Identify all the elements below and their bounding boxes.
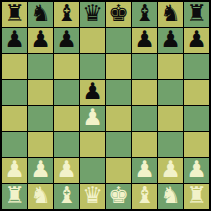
square-c5[interactable] (54, 80, 79, 105)
square-a5[interactable] (2, 80, 27, 105)
piece-white-bishop[interactable]: ♝ (134, 184, 155, 208)
square-f1[interactable]: ♝ (132, 184, 157, 209)
piece-white-bishop[interactable]: ♝ (56, 184, 77, 208)
square-c3[interactable] (54, 132, 79, 157)
square-g7[interactable]: ♟ (158, 28, 183, 53)
square-d4[interactable]: ♟ (80, 106, 105, 131)
piece-black-pawn[interactable]: ♟ (56, 28, 77, 52)
piece-white-rook[interactable]: ♜ (186, 184, 207, 208)
square-d1[interactable]: ♛ (80, 184, 105, 209)
piece-white-pawn[interactable]: ♟ (4, 158, 25, 182)
square-b1[interactable]: ♞ (28, 184, 53, 209)
square-e7[interactable] (106, 28, 131, 53)
square-h3[interactable] (184, 132, 209, 157)
piece-black-pawn[interactable]: ♟ (186, 28, 207, 52)
square-e5[interactable] (106, 80, 131, 105)
square-c6[interactable] (54, 54, 79, 79)
square-g5[interactable] (158, 80, 183, 105)
square-d3[interactable] (80, 132, 105, 157)
piece-black-pawn[interactable]: ♟ (30, 28, 51, 52)
square-b6[interactable] (28, 54, 53, 79)
square-e4[interactable] (106, 106, 131, 131)
square-f5[interactable] (132, 80, 157, 105)
square-g4[interactable] (158, 106, 183, 131)
piece-black-rook[interactable]: ♜ (186, 2, 207, 26)
square-e8[interactable]: ♚ (106, 2, 131, 27)
square-f3[interactable] (132, 132, 157, 157)
square-c2[interactable]: ♟ (54, 158, 79, 183)
square-b2[interactable]: ♟ (28, 158, 53, 183)
square-g3[interactable] (158, 132, 183, 157)
piece-black-queen[interactable]: ♛ (82, 2, 103, 26)
piece-white-knight[interactable]: ♞ (30, 184, 51, 208)
square-a3[interactable] (2, 132, 27, 157)
piece-black-pawn[interactable]: ♟ (82, 80, 103, 104)
square-e3[interactable] (106, 132, 131, 157)
square-h2[interactable]: ♟ (184, 158, 209, 183)
square-g2[interactable]: ♟ (158, 158, 183, 183)
square-h7[interactable]: ♟ (184, 28, 209, 53)
square-f2[interactable]: ♟ (132, 158, 157, 183)
piece-white-pawn[interactable]: ♟ (82, 106, 103, 130)
square-a7[interactable]: ♟ (2, 28, 27, 53)
square-a6[interactable] (2, 54, 27, 79)
square-f6[interactable] (132, 54, 157, 79)
piece-black-bishop[interactable]: ♝ (56, 2, 77, 26)
piece-white-rook[interactable]: ♜ (4, 184, 25, 208)
piece-white-king[interactable]: ♚ (108, 184, 129, 208)
piece-white-pawn[interactable]: ♟ (134, 158, 155, 182)
piece-black-rook[interactable]: ♜ (4, 2, 25, 26)
square-c8[interactable]: ♝ (54, 2, 79, 27)
square-a2[interactable]: ♟ (2, 158, 27, 183)
square-h6[interactable] (184, 54, 209, 79)
square-d7[interactable] (80, 28, 105, 53)
square-c1[interactable]: ♝ (54, 184, 79, 209)
piece-white-knight[interactable]: ♞ (160, 184, 181, 208)
square-f4[interactable] (132, 106, 157, 131)
square-d8[interactable]: ♛ (80, 2, 105, 27)
square-g8[interactable]: ♞ (158, 2, 183, 27)
square-b8[interactable]: ♞ (28, 2, 53, 27)
square-b4[interactable] (28, 106, 53, 131)
square-e2[interactable] (106, 158, 131, 183)
square-b5[interactable] (28, 80, 53, 105)
square-c4[interactable] (54, 106, 79, 131)
square-a8[interactable]: ♜ (2, 2, 27, 27)
piece-black-bishop[interactable]: ♝ (134, 2, 155, 26)
square-h8[interactable]: ♜ (184, 2, 209, 27)
piece-black-pawn[interactable]: ♟ (160, 28, 181, 52)
square-e1[interactable]: ♚ (106, 184, 131, 209)
piece-black-knight[interactable]: ♞ (160, 2, 181, 26)
piece-white-pawn[interactable]: ♟ (160, 158, 181, 182)
square-g1[interactable]: ♞ (158, 184, 183, 209)
piece-black-pawn[interactable]: ♟ (134, 28, 155, 52)
square-d2[interactable] (80, 158, 105, 183)
piece-white-pawn[interactable]: ♟ (56, 158, 77, 182)
square-f7[interactable]: ♟ (132, 28, 157, 53)
piece-white-pawn[interactable]: ♟ (30, 158, 51, 182)
square-h5[interactable] (184, 80, 209, 105)
piece-white-pawn[interactable]: ♟ (186, 158, 207, 182)
square-d6[interactable] (80, 54, 105, 79)
piece-black-knight[interactable]: ♞ (30, 2, 51, 26)
square-b7[interactable]: ♟ (28, 28, 53, 53)
square-a1[interactable]: ♜ (2, 184, 27, 209)
square-e6[interactable] (106, 54, 131, 79)
piece-black-pawn[interactable]: ♟ (4, 28, 25, 52)
square-f8[interactable]: ♝ (132, 2, 157, 27)
square-h1[interactable]: ♜ (184, 184, 209, 209)
square-d5[interactable]: ♟ (80, 80, 105, 105)
square-b3[interactable] (28, 132, 53, 157)
piece-black-king[interactable]: ♚ (108, 2, 129, 26)
piece-white-queen[interactable]: ♛ (82, 184, 103, 208)
square-a4[interactable] (2, 106, 27, 131)
chess-board: ♜♞♝♛♚♝♞♜♟♟♟♟♟♟♟♟♟♟♟♟♟♟♜♞♝♛♚♝♞♜ (0, 0, 211, 211)
square-h4[interactable] (184, 106, 209, 131)
square-g6[interactable] (158, 54, 183, 79)
square-c7[interactable]: ♟ (54, 28, 79, 53)
